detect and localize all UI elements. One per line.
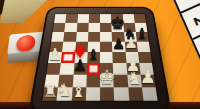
square-h1[interactable] [142,87,158,100]
wooden-wedge [0,0,47,23]
square-e6[interactable] [100,32,112,42]
square-h8[interactable] [134,14,146,23]
score-strip: 22 [167,0,200,67]
score-tile-value: 2 [178,0,196,2]
square-c8[interactable] [77,14,89,23]
piece-black-b[interactable]: ♝ [87,48,100,63]
piece-white-p[interactable]: ♟ [124,36,138,51]
piece-white-b[interactable]: ♝ [71,83,86,100]
square-b6[interactable] [63,32,76,42]
piece-black-p[interactable]: ♟ [73,58,87,74]
square-d7[interactable] [88,23,100,32]
square-c6[interactable] [76,32,89,42]
score-tile-value: 2 [190,13,200,29]
square-e4[interactable] [100,52,113,63]
square-b5[interactable] [62,42,75,52]
square-b3[interactable] [60,63,74,75]
square-e1[interactable] [100,87,114,100]
square-b7[interactable] [64,23,77,32]
square-f1[interactable] [114,87,129,100]
square-b8[interactable] [66,14,78,23]
square-c7[interactable] [76,23,88,32]
square-f4[interactable] [113,52,126,63]
piece-white-p[interactable]: ♟ [140,69,156,87]
square-h5[interactable] [137,42,151,52]
square-e5[interactable] [100,42,113,52]
button-red-dome[interactable] [15,34,36,52]
square-d6[interactable] [88,32,100,42]
square-g1[interactable] [128,87,143,100]
game-scene: 22 ♚♞♝♟♟♟♝♟♟♚♞♟♜♞♝ [0,0,200,109]
square-d8[interactable] [89,14,100,23]
piece-white-p[interactable]: ♟ [48,46,63,62]
piece-white-k[interactable]: ♚ [98,67,116,87]
square-d1[interactable] [86,87,100,100]
